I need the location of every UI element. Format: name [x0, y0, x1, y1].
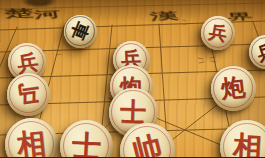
- river-character: 楚: [2, 6, 36, 21]
- piece-red-elephant-1[interactable]: 相: [5, 118, 58, 158]
- piece-red-soldier-2[interactable]: 兵: [249, 35, 265, 69]
- river-character: 漢: [148, 9, 180, 23]
- piece-black-chariot[interactable]: 車: [64, 15, 97, 48]
- piece-red-horse[interactable]: 马: [7, 73, 50, 116]
- piece-character: 兵: [208, 23, 229, 44]
- piece-red-advisor-2[interactable]: 士: [60, 120, 113, 158]
- piece-character: 士: [120, 99, 147, 126]
- piece-character: 炮: [220, 75, 246, 101]
- river-character: 河: [33, 8, 62, 21]
- piece-red-cannon-2[interactable]: 炮: [211, 66, 256, 111]
- xiangqi-board-photo: 楚河漢界 車兵兵兵兵炮炮马士相士帅相: [0, 0, 265, 157]
- piece-red-elephant-2[interactable]: 相: [220, 120, 265, 157]
- piece-red-soldier-1[interactable]: 兵: [201, 16, 235, 50]
- piece-character: 兵: [15, 50, 39, 74]
- piece-character: 马: [15, 81, 41, 107]
- piece-character: 士: [71, 131, 101, 157]
- piece-character: 相: [232, 132, 262, 157]
- piece-character: 相: [15, 128, 47, 157]
